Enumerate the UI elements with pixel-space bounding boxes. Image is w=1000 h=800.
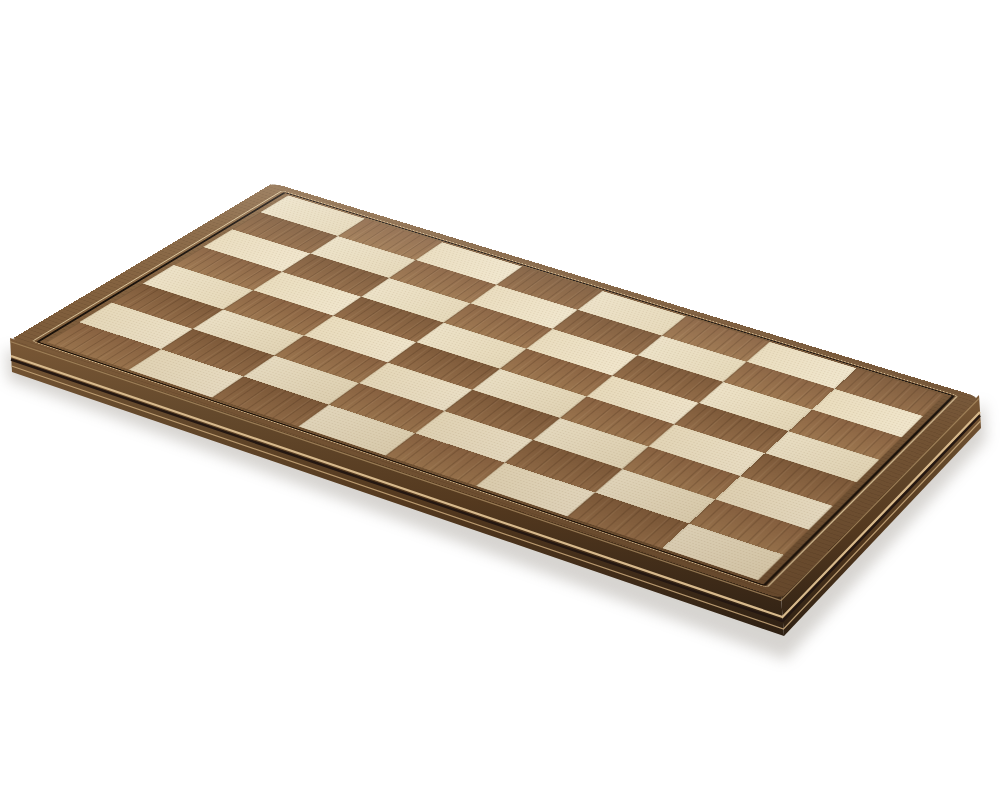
photo-background (0, 0, 1000, 800)
